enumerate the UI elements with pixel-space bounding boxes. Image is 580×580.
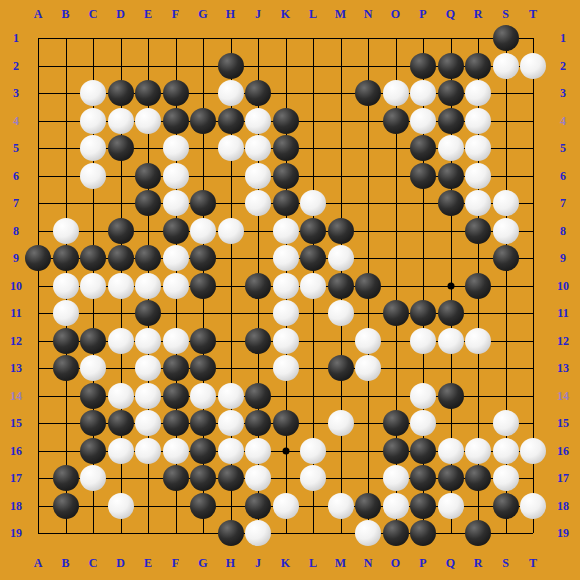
stone-black-K5[interactable] [273,135,299,161]
stone-white-S17[interactable] [493,465,519,491]
stone-black-D5[interactable] [108,135,134,161]
row-label-left: 11 [5,306,27,320]
stone-black-B17[interactable] [53,465,79,491]
stone-white-K13[interactable] [273,355,299,381]
column-label-top: Q [440,7,462,21]
row-label-right: 16 [552,444,574,458]
stone-black-L9[interactable] [300,245,326,271]
row-label-right: 19 [552,526,574,540]
stone-black-F3[interactable] [163,80,189,106]
row-label-left: 9 [5,251,27,265]
stone-black-S18[interactable] [493,493,519,519]
column-label-bottom: O [385,556,407,570]
stone-black-F4[interactable] [163,108,189,134]
stone-white-P14[interactable] [410,383,436,409]
stone-white-Q5[interactable] [438,135,464,161]
stone-black-F13[interactable] [163,355,189,381]
stone-black-P6[interactable] [410,163,436,189]
stone-black-H19[interactable] [218,520,244,546]
stone-black-P17[interactable] [410,465,436,491]
stone-black-G13[interactable] [190,355,216,381]
stone-white-E14[interactable] [135,383,161,409]
stone-white-S16[interactable] [493,438,519,464]
stone-white-E15[interactable] [135,410,161,436]
row-label-left: 3 [5,86,27,100]
row-label-left: 2 [5,59,27,73]
stone-white-D14[interactable] [108,383,134,409]
stone-white-C4[interactable] [80,108,106,134]
column-label-top: H [220,7,242,21]
column-label-bottom: C [82,556,104,570]
stone-white-M15[interactable] [328,410,354,436]
column-label-bottom: Q [440,556,462,570]
stone-black-Q11[interactable] [438,300,464,326]
stone-black-R8[interactable] [465,218,491,244]
stone-black-P18[interactable] [410,493,436,519]
stone-black-P5[interactable] [410,135,436,161]
stone-white-F6[interactable] [163,163,189,189]
stone-black-H2[interactable] [218,53,244,79]
stone-black-Q6[interactable] [438,163,464,189]
stone-black-P16[interactable] [410,438,436,464]
stone-white-L17[interactable] [300,465,326,491]
stone-white-T18[interactable] [520,493,546,519]
column-label-top: B [55,7,77,21]
stone-black-P11[interactable] [410,300,436,326]
row-label-left: 16 [5,444,27,458]
column-label-bottom: M [330,556,352,570]
stone-black-G16[interactable] [190,438,216,464]
column-label-bottom: N [357,556,379,570]
stone-white-R5[interactable] [465,135,491,161]
stone-black-O11[interactable] [383,300,409,326]
stone-white-J7[interactable] [245,190,271,216]
stone-white-E4[interactable] [135,108,161,134]
stone-black-K6[interactable] [273,163,299,189]
stone-white-G14[interactable] [190,383,216,409]
stone-white-G8[interactable] [190,218,216,244]
stone-black-N18[interactable] [355,493,381,519]
stone-black-B12[interactable] [53,328,79,354]
stone-white-J4[interactable] [245,108,271,134]
column-label-bottom: T [522,556,544,570]
row-label-left: 12 [5,334,27,348]
stone-black-C15[interactable] [80,410,106,436]
stone-black-D3[interactable] [108,80,134,106]
stone-black-R19[interactable] [465,520,491,546]
stone-black-S9[interactable] [493,245,519,271]
stone-white-H3[interactable] [218,80,244,106]
column-label-top: O [385,7,407,21]
stone-black-Q2[interactable] [438,53,464,79]
stone-black-O4[interactable] [383,108,409,134]
stone-black-C14[interactable] [80,383,106,409]
stone-white-R12[interactable] [465,328,491,354]
row-label-left: 4 [5,114,27,128]
stone-white-M11[interactable] [328,300,354,326]
row-label-left: 13 [5,361,27,375]
stone-white-D10[interactable] [108,273,134,299]
stone-white-C10[interactable] [80,273,106,299]
stone-white-B11[interactable] [53,300,79,326]
stone-black-C9[interactable] [80,245,106,271]
stone-white-J16[interactable] [245,438,271,464]
stone-white-F12[interactable] [163,328,189,354]
stone-white-F9[interactable] [163,245,189,271]
row-label-left: 6 [5,169,27,183]
column-label-bottom: B [55,556,77,570]
stone-white-K8[interactable] [273,218,299,244]
column-label-bottom: F [165,556,187,570]
row-label-right: 1 [552,31,574,45]
stone-white-K9[interactable] [273,245,299,271]
stone-black-Q14[interactable] [438,383,464,409]
stone-black-F8[interactable] [163,218,189,244]
column-label-bottom: E [137,556,159,570]
stone-white-E12[interactable] [135,328,161,354]
go-board[interactable]: AABBCCDDEEFFGGHHJJKKLLMMNNOOPPQQRRSSTT11… [0,0,580,580]
stone-white-D12[interactable] [108,328,134,354]
stone-white-T2[interactable] [520,53,546,79]
stone-black-M8[interactable] [328,218,354,244]
stone-black-R2[interactable] [465,53,491,79]
row-label-right: 4 [552,114,574,128]
stone-white-P12[interactable] [410,328,436,354]
row-label-left: 15 [5,416,27,430]
stone-white-Q16[interactable] [438,438,464,464]
stone-white-M9[interactable] [328,245,354,271]
stone-black-G12[interactable] [190,328,216,354]
stone-white-O17[interactable] [383,465,409,491]
stone-white-S2[interactable] [493,53,519,79]
stone-black-B18[interactable] [53,493,79,519]
stone-white-R3[interactable] [465,80,491,106]
stone-white-H5[interactable] [218,135,244,161]
stone-black-R17[interactable] [465,465,491,491]
stone-black-M10[interactable] [328,273,354,299]
stone-white-N13[interactable] [355,355,381,381]
stone-black-G18[interactable] [190,493,216,519]
column-label-bottom: D [110,556,132,570]
stone-black-L8[interactable] [300,218,326,244]
column-label-top: P [412,7,434,21]
stone-black-Q4[interactable] [438,108,464,134]
stone-white-F10[interactable] [163,273,189,299]
stone-black-E7[interactable] [135,190,161,216]
stone-white-K18[interactable] [273,493,299,519]
stone-white-Q12[interactable] [438,328,464,354]
column-label-top: R [467,7,489,21]
stone-black-F15[interactable] [163,410,189,436]
stone-black-D9[interactable] [108,245,134,271]
stone-black-E9[interactable] [135,245,161,271]
row-label-right: 9 [552,251,574,265]
stone-black-C12[interactable] [80,328,106,354]
stone-white-J17[interactable] [245,465,271,491]
stone-white-R16[interactable] [465,438,491,464]
column-label-top: F [165,7,187,21]
stone-white-D4[interactable] [108,108,134,134]
stone-white-O3[interactable] [383,80,409,106]
row-label-right: 18 [552,499,574,513]
stone-black-J14[interactable] [245,383,271,409]
row-label-left: 14 [5,389,27,403]
stone-black-R10[interactable] [465,273,491,299]
row-label-left: 7 [5,196,27,210]
stone-black-G4[interactable] [190,108,216,134]
stone-white-M18[interactable] [328,493,354,519]
stone-black-K4[interactable] [273,108,299,134]
stone-black-B9[interactable] [53,245,79,271]
stone-black-N3[interactable] [355,80,381,106]
stone-black-K15[interactable] [273,410,299,436]
stone-black-C16[interactable] [80,438,106,464]
column-label-top: N [357,7,379,21]
column-label-top: S [495,7,517,21]
stone-white-K12[interactable] [273,328,299,354]
stone-white-P3[interactable] [410,80,436,106]
stone-black-O15[interactable] [383,410,409,436]
stone-black-G9[interactable] [190,245,216,271]
row-label-right: 6 [552,169,574,183]
column-label-bottom: G [192,556,214,570]
stone-white-H16[interactable] [218,438,244,464]
column-label-top: E [137,7,159,21]
stone-white-D18[interactable] [108,493,134,519]
stone-white-F16[interactable] [163,438,189,464]
stone-white-K11[interactable] [273,300,299,326]
column-label-top: K [275,7,297,21]
column-label-bottom: L [302,556,324,570]
row-label-left: 5 [5,141,27,155]
stone-black-E11[interactable] [135,300,161,326]
stone-white-N19[interactable] [355,520,381,546]
stone-white-P15[interactable] [410,410,436,436]
stone-black-P19[interactable] [410,520,436,546]
row-label-right: 15 [552,416,574,430]
row-label-left: 1 [5,31,27,45]
stone-white-C3[interactable] [80,80,106,106]
stone-white-N12[interactable] [355,328,381,354]
stone-white-C13[interactable] [80,355,106,381]
stone-white-F5[interactable] [163,135,189,161]
row-label-right: 10 [552,279,574,293]
stone-white-D16[interactable] [108,438,134,464]
column-label-top: J [247,7,269,21]
row-label-right: 12 [552,334,574,348]
column-label-bottom: S [495,556,517,570]
row-label-left: 19 [5,526,27,540]
column-label-top: A [27,7,49,21]
column-label-top: T [522,7,544,21]
stone-white-R4[interactable] [465,108,491,134]
column-label-top: D [110,7,132,21]
stone-white-S8[interactable] [493,218,519,244]
row-label-right: 5 [552,141,574,155]
stone-white-J6[interactable] [245,163,271,189]
stone-black-S1[interactable] [493,25,519,51]
stone-black-D15[interactable] [108,410,134,436]
stone-black-H4[interactable] [218,108,244,134]
stone-black-H17[interactable] [218,465,244,491]
stone-black-P2[interactable] [410,53,436,79]
stone-black-E6[interactable] [135,163,161,189]
stone-black-F17[interactable] [163,465,189,491]
stone-black-G10[interactable] [190,273,216,299]
stone-white-L7[interactable] [300,190,326,216]
row-label-left: 18 [5,499,27,513]
stone-black-J3[interactable] [245,80,271,106]
stone-black-Q3[interactable] [438,80,464,106]
column-label-bottom: K [275,556,297,570]
row-label-left: 17 [5,471,27,485]
grid-line-horizontal [38,533,533,534]
stone-white-J5[interactable] [245,135,271,161]
stone-white-H8[interactable] [218,218,244,244]
column-label-bottom: J [247,556,269,570]
stone-white-C5[interactable] [80,135,106,161]
column-label-bottom: H [220,556,242,570]
stone-white-J19[interactable] [245,520,271,546]
row-label-right: 11 [552,306,574,320]
row-label-left: 8 [5,224,27,238]
stone-black-A9[interactable] [25,245,51,271]
row-label-right: 2 [552,59,574,73]
stone-white-E10[interactable] [135,273,161,299]
stone-black-O19[interactable] [383,520,409,546]
stone-black-Q7[interactable] [438,190,464,216]
stone-black-D8[interactable] [108,218,134,244]
stone-black-F14[interactable] [163,383,189,409]
stone-white-R7[interactable] [465,190,491,216]
column-label-top: C [82,7,104,21]
stone-white-K10[interactable] [273,273,299,299]
row-label-right: 3 [552,86,574,100]
stone-white-F7[interactable] [163,190,189,216]
hoshi-point-Q10 [447,282,454,289]
stone-black-J18[interactable] [245,493,271,519]
stone-white-L10[interactable] [300,273,326,299]
stone-black-J15[interactable] [245,410,271,436]
column-label-bottom: P [412,556,434,570]
row-label-right: 17 [552,471,574,485]
stone-white-L16[interactable] [300,438,326,464]
stone-black-G15[interactable] [190,410,216,436]
stone-white-S15[interactable] [493,410,519,436]
stone-white-R6[interactable] [465,163,491,189]
stone-white-B8[interactable] [53,218,79,244]
stone-black-J10[interactable] [245,273,271,299]
row-label-right: 14 [552,389,574,403]
stone-black-N10[interactable] [355,273,381,299]
column-label-top: M [330,7,352,21]
column-label-top: L [302,7,324,21]
stone-white-H15[interactable] [218,410,244,436]
stone-white-P4[interactable] [410,108,436,134]
column-label-bottom: R [467,556,489,570]
stone-white-E13[interactable] [135,355,161,381]
column-label-bottom: A [27,556,49,570]
stone-black-G7[interactable] [190,190,216,216]
stone-white-T16[interactable] [520,438,546,464]
stone-white-C17[interactable] [80,465,106,491]
row-label-right: 13 [552,361,574,375]
stone-white-O18[interactable] [383,493,409,519]
column-label-top: G [192,7,214,21]
hoshi-point-K16 [282,447,289,454]
stone-black-J12[interactable] [245,328,271,354]
stone-black-Q17[interactable] [438,465,464,491]
stone-white-Q18[interactable] [438,493,464,519]
row-label-left: 10 [5,279,27,293]
stone-white-B10[interactable] [53,273,79,299]
stone-white-S7[interactable] [493,190,519,216]
stone-black-B13[interactable] [53,355,79,381]
stone-black-G17[interactable] [190,465,216,491]
stone-black-O16[interactable] [383,438,409,464]
stone-black-K7[interactable] [273,190,299,216]
stone-black-E3[interactable] [135,80,161,106]
stone-white-E16[interactable] [135,438,161,464]
stone-white-C6[interactable] [80,163,106,189]
row-label-right: 8 [552,224,574,238]
stone-black-M13[interactable] [328,355,354,381]
stone-white-H14[interactable] [218,383,244,409]
row-label-right: 7 [552,196,574,210]
